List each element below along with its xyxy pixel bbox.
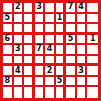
cell-r9c5-empty[interactable]	[45, 87, 56, 98]
cell-r9c7-empty[interactable]	[66, 87, 77, 98]
cell-r8c8-empty[interactable]	[77, 77, 88, 88]
cell-r8c9-empty[interactable]	[87, 77, 98, 88]
cell-r4c9-given: 1	[87, 35, 98, 46]
cell-r2c3-empty[interactable]	[24, 14, 35, 25]
cell-r9c6-empty[interactable]	[56, 87, 67, 98]
cell-r9c8-empty[interactable]	[77, 87, 88, 98]
cell-r9c1-empty[interactable]	[3, 87, 14, 98]
cell-r2c7-empty[interactable]	[66, 14, 77, 25]
cell-r1c6-empty[interactable]	[56, 3, 67, 14]
cell-r6c7-empty[interactable]	[66, 56, 77, 67]
cell-r2c5-empty[interactable]	[45, 14, 56, 25]
cell-r2c1-given: 5	[3, 14, 14, 25]
cell-r5c5-given: 4	[45, 45, 56, 56]
cell-r8c5-empty[interactable]	[45, 77, 56, 88]
cell-r6c1-empty[interactable]	[3, 56, 14, 67]
cell-r8c2-empty[interactable]	[14, 77, 25, 88]
cell-r5c3-empty[interactable]	[24, 45, 35, 56]
cell-r4c6-empty[interactable]	[56, 35, 67, 46]
cell-r4c1-given: 6	[3, 35, 14, 46]
cell-r7c2-given: 4	[14, 66, 25, 77]
cell-r6c2-empty[interactable]	[14, 56, 25, 67]
cell-r4c3-empty[interactable]	[24, 35, 35, 46]
cell-r9c4-empty[interactable]	[35, 87, 46, 98]
cell-r2c6-given: 1	[56, 14, 67, 25]
cell-r7c4-empty[interactable]	[35, 66, 46, 77]
cell-r3c5-empty[interactable]	[45, 24, 56, 35]
cell-r1c2-given: 2	[14, 3, 25, 14]
cell-r1c7-given: 7	[66, 3, 77, 14]
cell-r2c4-empty[interactable]	[35, 14, 46, 25]
cell-r7c9-empty[interactable]	[87, 66, 98, 77]
cell-r3c3-empty[interactable]	[24, 24, 35, 35]
cell-r2c8-empty[interactable]	[77, 14, 88, 25]
cell-r3c4-empty[interactable]	[35, 24, 46, 35]
cell-r6c5-empty[interactable]	[45, 56, 56, 67]
cell-r3c6-empty[interactable]	[56, 24, 67, 35]
cell-r4c8-empty[interactable]	[77, 35, 88, 46]
cell-r7c7-empty[interactable]	[66, 66, 77, 77]
cell-r5c6-empty[interactable]	[56, 45, 67, 56]
cell-r7c3-empty[interactable]	[24, 66, 35, 77]
cell-r6c3-empty[interactable]	[24, 56, 35, 67]
cell-r5c9-empty[interactable]	[87, 45, 98, 56]
cell-r8c1-given: 8	[3, 77, 14, 88]
cell-r1c8-given: 4	[77, 3, 88, 14]
cell-r1c5-empty[interactable]	[45, 3, 56, 14]
cell-r8c7-empty[interactable]	[66, 77, 77, 88]
cell-r7c8-given: 3	[77, 66, 88, 77]
cell-r5c4-given: 7	[35, 45, 46, 56]
cell-r3c8-empty[interactable]	[77, 24, 88, 35]
cell-r5c1-empty[interactable]	[3, 45, 14, 56]
cell-r7c5-given: 2	[45, 66, 56, 77]
cell-r3c2-empty[interactable]	[14, 24, 25, 35]
cell-r9c3-empty[interactable]	[24, 87, 35, 98]
cell-r8c3-empty[interactable]	[24, 77, 35, 88]
cell-r6c6-empty[interactable]	[56, 56, 67, 67]
cell-r8c6-given: 5	[56, 77, 67, 88]
cell-r1c1-empty[interactable]	[3, 3, 14, 14]
cell-r1c3-empty[interactable]	[24, 3, 35, 14]
cell-r2c9-empty[interactable]	[87, 14, 98, 25]
cell-r8c4-empty[interactable]	[35, 77, 46, 88]
cell-r6c8-empty[interactable]	[77, 56, 88, 67]
cell-r9c2-empty[interactable]	[14, 87, 25, 98]
cell-r5c8-empty[interactable]	[77, 45, 88, 56]
cell-r6c4-empty[interactable]	[35, 56, 46, 67]
cell-r5c7-empty[interactable]	[66, 45, 77, 56]
cell-r5c2-given: 3	[14, 45, 25, 56]
cell-r6c9-empty[interactable]	[87, 56, 98, 67]
cell-r2c2-empty[interactable]	[14, 14, 25, 25]
sudoku-board: 23745165137442385	[0, 0, 101, 101]
cell-r9c9-empty[interactable]	[87, 87, 98, 98]
cell-r4c7-given: 5	[66, 35, 77, 46]
cell-r1c9-empty[interactable]	[87, 3, 98, 14]
cell-r1c4-given: 3	[35, 3, 46, 14]
